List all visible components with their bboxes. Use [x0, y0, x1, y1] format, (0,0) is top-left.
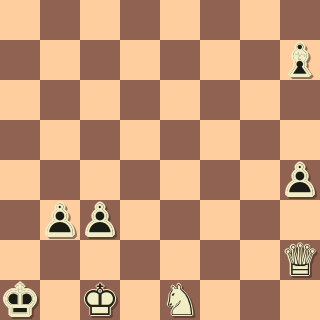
square-c6[interactable]: [80, 80, 120, 120]
square-h8[interactable]: [280, 0, 320, 40]
square-a5[interactable]: [0, 120, 40, 160]
square-g8[interactable]: [240, 0, 280, 40]
square-h4[interactable]: ♟♙: [280, 160, 320, 200]
white-king[interactable]: ♚♔: [80, 280, 120, 320]
square-g2[interactable]: [240, 240, 280, 280]
square-e3[interactable]: [160, 200, 200, 240]
square-f1[interactable]: [200, 280, 240, 320]
square-e1[interactable]: ♞♘: [160, 280, 200, 320]
square-b4[interactable]: [40, 160, 80, 200]
square-h5[interactable]: [280, 120, 320, 160]
square-e7[interactable]: [160, 40, 200, 80]
white-king-detail: ♔: [80, 280, 120, 320]
square-f5[interactable]: [200, 120, 240, 160]
square-a1[interactable]: ♚♔: [0, 280, 40, 320]
square-d2[interactable]: [120, 240, 160, 280]
square-a8[interactable]: [0, 0, 40, 40]
black-king-detail: ♔: [0, 280, 40, 320]
square-d5[interactable]: [120, 120, 160, 160]
square-h7[interactable]: ♝♗: [280, 40, 320, 80]
square-e6[interactable]: [160, 80, 200, 120]
square-f3[interactable]: [200, 200, 240, 240]
square-f8[interactable]: [200, 0, 240, 40]
white-knight-detail: ♘: [160, 280, 200, 320]
square-c7[interactable]: [80, 40, 120, 80]
square-a6[interactable]: [0, 80, 40, 120]
square-b7[interactable]: [40, 40, 80, 80]
black-bishop[interactable]: ♝♗: [280, 40, 320, 80]
black-pawn[interactable]: ♟♙: [40, 200, 80, 240]
square-h2[interactable]: ♛♕: [280, 240, 320, 280]
black-bishop-detail: ♗: [280, 40, 320, 80]
square-f6[interactable]: [200, 80, 240, 120]
square-b2[interactable]: [40, 240, 80, 280]
square-a4[interactable]: [0, 160, 40, 200]
chess-board: ♝♗♟♙♟♙♟♙♛♕♚♔♚♔♞♘: [0, 0, 320, 320]
square-g6[interactable]: [240, 80, 280, 120]
black-pawn-detail: ♙: [40, 200, 80, 240]
square-e5[interactable]: [160, 120, 200, 160]
square-g3[interactable]: [240, 200, 280, 240]
black-pawn-detail: ♙: [80, 200, 120, 240]
white-queen[interactable]: ♛♕: [280, 240, 320, 280]
chess-app: ♝♗♟♙♟♙♟♙♛♕♚♔♚♔♞♘: [0, 0, 320, 320]
square-e2[interactable]: [160, 240, 200, 280]
square-g5[interactable]: [240, 120, 280, 160]
square-c2[interactable]: [80, 240, 120, 280]
square-f7[interactable]: [200, 40, 240, 80]
black-pawn[interactable]: ♟♙: [80, 200, 120, 240]
square-c3[interactable]: ♟♙: [80, 200, 120, 240]
square-a3[interactable]: [0, 200, 40, 240]
black-pawn[interactable]: ♟♙: [280, 160, 320, 200]
square-b6[interactable]: [40, 80, 80, 120]
square-g7[interactable]: [240, 40, 280, 80]
square-h3[interactable]: [280, 200, 320, 240]
square-e4[interactable]: [160, 160, 200, 200]
square-d6[interactable]: [120, 80, 160, 120]
black-pawn-detail: ♙: [280, 160, 320, 200]
square-a2[interactable]: [0, 240, 40, 280]
square-b1[interactable]: [40, 280, 80, 320]
square-d1[interactable]: [120, 280, 160, 320]
square-d4[interactable]: [120, 160, 160, 200]
square-f2[interactable]: [200, 240, 240, 280]
square-h1[interactable]: [280, 280, 320, 320]
white-knight[interactable]: ♞♘: [160, 280, 200, 320]
square-d3[interactable]: [120, 200, 160, 240]
square-c1[interactable]: ♚♔: [80, 280, 120, 320]
square-h6[interactable]: [280, 80, 320, 120]
square-d7[interactable]: [120, 40, 160, 80]
square-g1[interactable]: [240, 280, 280, 320]
square-b5[interactable]: [40, 120, 80, 160]
white-queen-detail: ♕: [280, 240, 320, 280]
square-b3[interactable]: ♟♙: [40, 200, 80, 240]
square-f4[interactable]: [200, 160, 240, 200]
square-d8[interactable]: [120, 0, 160, 40]
square-a7[interactable]: [0, 40, 40, 80]
square-g4[interactable]: [240, 160, 280, 200]
square-e8[interactable]: [160, 0, 200, 40]
square-b8[interactable]: [40, 0, 80, 40]
square-c5[interactable]: [80, 120, 120, 160]
square-c8[interactable]: [80, 0, 120, 40]
square-c4[interactable]: [80, 160, 120, 200]
black-king[interactable]: ♚♔: [0, 280, 40, 320]
